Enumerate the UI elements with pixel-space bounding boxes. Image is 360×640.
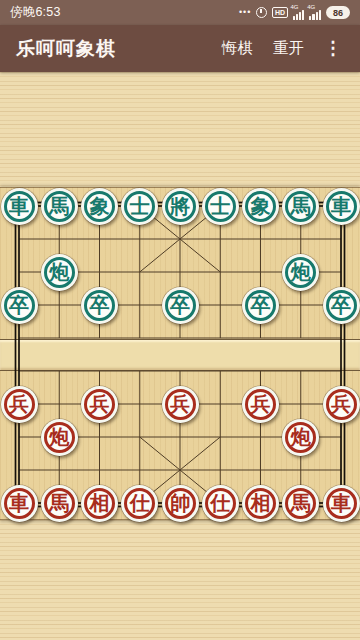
piece-advisor-black[interactable]: 士 (121, 188, 158, 225)
piece-glyph: 馬 (285, 488, 316, 519)
table-wood-top (0, 72, 360, 187)
xiangqi-board[interactable]: 車馬象士將士象馬車炮炮卒卒卒卒卒兵兵兵兵兵炮炮車馬相仕帥仕相馬車 (0, 187, 360, 520)
restart-button[interactable]: 重开 (263, 30, 314, 67)
app-title: 乐呵呵象棋 (16, 36, 212, 62)
table-wood-bottom (0, 520, 360, 640)
piece-horse-red[interactable]: 馬 (41, 485, 78, 522)
notification-dots-icon: ••• (239, 8, 251, 17)
piece-soldier-red[interactable]: 兵 (81, 386, 118, 423)
piece-glyph: 車 (4, 191, 35, 222)
piece-advisor-black[interactable]: 士 (202, 188, 239, 225)
piece-glyph: 卒 (245, 290, 276, 321)
piece-general-red[interactable]: 帥 (162, 485, 199, 522)
piece-glyph: 炮 (285, 422, 316, 453)
app-bar: 乐呵呵象棋 悔棋 重开 ⋮ (0, 25, 360, 72)
piece-glyph: 卒 (165, 290, 196, 321)
piece-glyph: 象 (245, 191, 276, 222)
piece-glyph: 帥 (165, 488, 196, 519)
piece-soldier-red[interactable]: 兵 (242, 386, 279, 423)
piece-horse-black[interactable]: 馬 (282, 188, 319, 225)
piece-elephant-black[interactable]: 象 (81, 188, 118, 225)
piece-cannon-black[interactable]: 炮 (41, 254, 78, 291)
piece-glyph: 將 (165, 191, 196, 222)
piece-elephant-red[interactable]: 相 (242, 485, 279, 522)
piece-cannon-red[interactable]: 炮 (282, 419, 319, 456)
piece-chariot-red[interactable]: 車 (1, 485, 38, 522)
piece-glyph: 馬 (285, 191, 316, 222)
piece-glyph: 卒 (84, 290, 115, 321)
piece-soldier-red[interactable]: 兵 (162, 386, 199, 423)
hd-volte-icon: HD (272, 7, 287, 18)
piece-glyph: 仕 (124, 488, 155, 519)
piece-advisor-red[interactable]: 仕 (202, 485, 239, 522)
piece-soldier-black[interactable]: 卒 (323, 287, 360, 324)
piece-general-black[interactable]: 將 (162, 188, 199, 225)
piece-soldier-red[interactable]: 兵 (323, 386, 360, 423)
overflow-menu-icon[interactable]: ⋮ (314, 33, 350, 65)
piece-soldier-black[interactable]: 卒 (162, 287, 199, 324)
alarm-icon (256, 7, 267, 18)
piece-advisor-red[interactable]: 仕 (121, 485, 158, 522)
piece-glyph: 兵 (165, 389, 196, 420)
network-type-label-2: 4G (307, 4, 315, 10)
piece-glyph: 兵 (326, 389, 357, 420)
clock-time: 傍晚6:53 (10, 4, 61, 21)
piece-glyph: 車 (4, 488, 35, 519)
piece-soldier-black[interactable]: 卒 (242, 287, 279, 324)
piece-cannon-black[interactable]: 炮 (282, 254, 319, 291)
battery-icon: 86 (326, 6, 350, 19)
piece-chariot-black[interactable]: 車 (1, 188, 38, 225)
piece-glyph: 士 (124, 191, 155, 222)
piece-glyph: 士 (205, 191, 236, 222)
piece-glyph: 仕 (205, 488, 236, 519)
network-type-label: 4G (291, 4, 299, 10)
piece-glyph: 馬 (44, 191, 75, 222)
piece-elephant-red[interactable]: 相 (81, 485, 118, 522)
signal-bars-icon-2: 4G (309, 5, 321, 20)
piece-glyph: 兵 (4, 389, 35, 420)
piece-glyph: 兵 (84, 389, 115, 420)
piece-glyph: 炮 (44, 422, 75, 453)
piece-elephant-black[interactable]: 象 (242, 188, 279, 225)
piece-chariot-black[interactable]: 車 (323, 188, 360, 225)
piece-glyph: 炮 (44, 257, 75, 288)
piece-glyph: 馬 (44, 488, 75, 519)
piece-glyph: 相 (245, 488, 276, 519)
piece-horse-black[interactable]: 馬 (41, 188, 78, 225)
piece-horse-red[interactable]: 馬 (282, 485, 319, 522)
undo-move-button[interactable]: 悔棋 (212, 30, 263, 67)
piece-glyph: 炮 (285, 257, 316, 288)
piece-glyph: 車 (326, 191, 357, 222)
piece-glyph: 象 (84, 191, 115, 222)
piece-cannon-red[interactable]: 炮 (41, 419, 78, 456)
piece-glyph: 卒 (4, 290, 35, 321)
piece-chariot-red[interactable]: 車 (323, 485, 360, 522)
piece-glyph: 卒 (326, 290, 357, 321)
piece-soldier-black[interactable]: 卒 (1, 287, 38, 324)
pieces-layer: 車馬象士將士象馬車炮炮卒卒卒卒卒兵兵兵兵兵炮炮車馬相仕帥仕相馬車 (0, 188, 360, 521)
piece-glyph: 兵 (245, 389, 276, 420)
piece-soldier-black[interactable]: 卒 (81, 287, 118, 324)
piece-glyph: 相 (84, 488, 115, 519)
signal-bars-icon-1: 4G (293, 5, 305, 20)
piece-glyph: 車 (326, 488, 357, 519)
status-bar: 傍晚6:53 ••• HD 4G 4G 86 (0, 0, 360, 25)
piece-soldier-red[interactable]: 兵 (1, 386, 38, 423)
